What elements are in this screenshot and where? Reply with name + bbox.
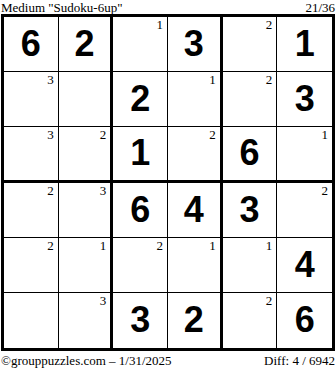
pencil-mark: 2 bbox=[209, 128, 216, 141]
cell-r5c6[interactable]: 4 bbox=[277, 238, 332, 293]
cell-r3c2[interactable]: 2 bbox=[59, 127, 114, 182]
cell-value: 2 bbox=[184, 302, 204, 338]
pencil-mark: 2 bbox=[266, 294, 273, 307]
cell-r3c3[interactable]: 1 bbox=[113, 127, 168, 182]
cell-r5c1[interactable]: 2 bbox=[4, 238, 59, 293]
footer: ©grouppuzzles.com – 1/31/2025 Diff: 4 / … bbox=[0, 351, 336, 370]
cell-r1c1[interactable]: 6 bbox=[4, 17, 59, 72]
cell-r6c3[interactable]: 3 bbox=[113, 293, 168, 348]
cell-r1c3[interactable]: 1 bbox=[113, 17, 168, 72]
cell-r3c4[interactable]: 2 bbox=[168, 127, 223, 182]
copyright-text: ©grouppuzzles.com – 1/31/2025 bbox=[1, 354, 172, 367]
sudoku-grid: 6213213212332126123643221211433226 bbox=[1, 14, 335, 351]
cell-r6c6[interactable]: 6 bbox=[277, 293, 332, 348]
cell-value: 3 bbox=[184, 26, 204, 62]
cell-r4c6[interactable]: 2 bbox=[277, 183, 332, 238]
cell-value: 4 bbox=[184, 192, 204, 228]
cell-value: 3 bbox=[295, 81, 315, 117]
header: Medium "Sudoku-6up" 21/36 bbox=[0, 0, 336, 14]
cell-value: 4 bbox=[295, 247, 315, 283]
cell-value: 3 bbox=[130, 302, 150, 338]
cell-value: 2 bbox=[130, 81, 150, 117]
cell-r2c5[interactable]: 2 bbox=[223, 72, 278, 127]
pencil-mark: 1 bbox=[322, 128, 329, 141]
cell-value: 2 bbox=[74, 26, 94, 62]
pencil-mark: 3 bbox=[47, 73, 54, 86]
cell-r5c2[interactable]: 1 bbox=[59, 238, 114, 293]
cell-r3c5[interactable]: 6 bbox=[223, 127, 278, 182]
cell-r3c1[interactable]: 3 bbox=[4, 127, 59, 182]
pencil-mark: 3 bbox=[47, 128, 54, 141]
cell-value: 6 bbox=[295, 302, 315, 338]
cell-r5c3[interactable]: 2 bbox=[113, 238, 168, 293]
pencil-mark: 1 bbox=[266, 239, 273, 252]
cell-r6c4[interactable]: 2 bbox=[168, 293, 223, 348]
cell-r2c3[interactable]: 2 bbox=[113, 72, 168, 127]
cell-value: 6 bbox=[239, 135, 259, 171]
puzzle-title: Medium "Sudoku-6up" bbox=[1, 1, 122, 14]
pencil-mark: 2 bbox=[157, 239, 164, 252]
difficulty-text: Diff: 4 / 6942 bbox=[264, 354, 335, 367]
cell-value: 6 bbox=[21, 26, 41, 62]
cell-r6c2[interactable]: 3 bbox=[59, 293, 114, 348]
cell-r4c4[interactable]: 4 bbox=[168, 183, 223, 238]
cell-r4c2[interactable]: 3 bbox=[59, 183, 114, 238]
pencil-mark: 2 bbox=[322, 184, 329, 197]
cell-r2c4[interactable]: 1 bbox=[168, 72, 223, 127]
cell-r1c4[interactable]: 3 bbox=[168, 17, 223, 72]
cell-r2c1[interactable]: 3 bbox=[4, 72, 59, 127]
cell-r5c4[interactable]: 1 bbox=[168, 238, 223, 293]
cell-r4c1[interactable]: 2 bbox=[4, 183, 59, 238]
cell-r4c5[interactable]: 3 bbox=[223, 183, 278, 238]
pencil-mark: 1 bbox=[209, 73, 216, 86]
pencil-mark: 1 bbox=[209, 239, 216, 252]
cell-r1c6[interactable]: 1 bbox=[277, 17, 332, 72]
cell-r5c5[interactable]: 1 bbox=[223, 238, 278, 293]
progress-counter: 21/36 bbox=[305, 1, 335, 14]
pencil-mark: 2 bbox=[47, 239, 54, 252]
cell-r4c3[interactable]: 6 bbox=[113, 183, 168, 238]
pencil-mark: 3 bbox=[100, 184, 107, 197]
pencil-mark: 1 bbox=[157, 18, 164, 31]
cell-r3c6[interactable]: 1 bbox=[277, 127, 332, 182]
cell-value: 1 bbox=[295, 26, 315, 62]
cell-r2c2[interactable] bbox=[59, 72, 114, 127]
cell-value: 1 bbox=[130, 135, 150, 171]
cell-r1c5[interactable]: 2 bbox=[223, 17, 278, 72]
cell-value: 6 bbox=[130, 192, 150, 228]
pencil-mark: 3 bbox=[100, 294, 107, 307]
pencil-mark: 2 bbox=[266, 73, 273, 86]
cell-value: 3 bbox=[239, 192, 259, 228]
cell-r6c1[interactable] bbox=[4, 293, 59, 348]
sudoku-page: Medium "Sudoku-6up" 21/36 62132132123321… bbox=[0, 0, 336, 370]
pencil-mark: 2 bbox=[100, 128, 107, 141]
pencil-mark: 2 bbox=[266, 18, 273, 31]
pencil-mark: 1 bbox=[100, 239, 107, 252]
cell-r2c6[interactable]: 3 bbox=[277, 72, 332, 127]
cell-r6c5[interactable]: 2 bbox=[223, 293, 278, 348]
cell-r1c2[interactable]: 2 bbox=[59, 17, 114, 72]
pencil-mark: 2 bbox=[47, 184, 54, 197]
